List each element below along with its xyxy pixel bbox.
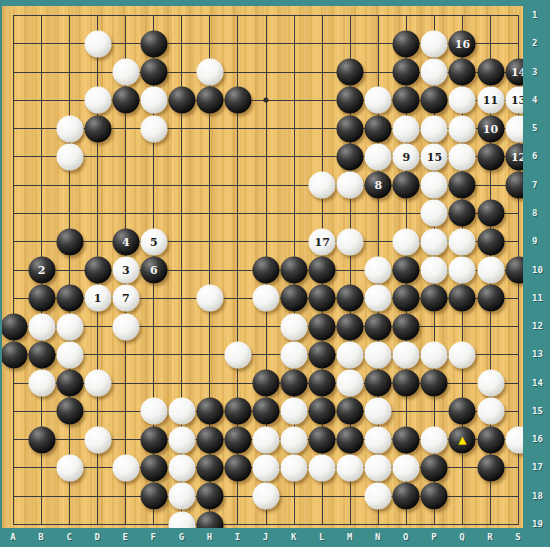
column-label-O: O	[403, 533, 408, 542]
move-number-label: 7	[122, 293, 130, 304]
black-stone-L11	[309, 285, 336, 312]
black-stone-I17	[224, 454, 251, 481]
white-stone-J16	[253, 426, 280, 453]
white-stone-G17	[168, 454, 195, 481]
white-stone-J18	[253, 483, 280, 510]
white-stone-S4: 13	[505, 87, 523, 114]
white-stone-O5	[393, 115, 420, 142]
black-stone-F3	[140, 59, 167, 86]
black-stone-M15	[337, 398, 364, 425]
black-stone-L15	[309, 398, 336, 425]
white-stone-O17	[393, 454, 420, 481]
white-stone-D4	[84, 87, 111, 114]
white-stone-J17	[253, 454, 280, 481]
column-label-F: F	[151, 533, 156, 542]
black-stone-J10	[253, 257, 280, 284]
black-stone-O10	[393, 257, 420, 284]
black-stone-R3	[477, 59, 504, 86]
white-stone-G16	[168, 426, 195, 453]
white-stone-N15	[365, 398, 392, 425]
white-stone-C12	[56, 313, 83, 340]
column-label-S: S	[515, 533, 520, 542]
row-label-6: 6	[532, 152, 537, 161]
white-stone-P13	[421, 341, 448, 368]
black-stone-M11	[337, 285, 364, 312]
black-stone-F18	[140, 483, 167, 510]
white-stone-K15	[281, 398, 308, 425]
row-label-14: 14	[532, 378, 543, 387]
move-number-label: 16	[455, 38, 470, 49]
white-stone-P9	[421, 228, 448, 255]
black-stone-M3	[337, 59, 364, 86]
black-stone-P4	[421, 87, 448, 114]
row-label-1: 1	[532, 11, 537, 20]
black-stone-F16	[140, 426, 167, 453]
white-stone-P16	[421, 426, 448, 453]
move-number-label: 15	[427, 151, 442, 162]
black-stone-C11	[56, 285, 83, 312]
white-stone-J11	[253, 285, 280, 312]
black-stone-S10	[505, 257, 523, 284]
go-app-window: 1614111310915128451723617▲ ABCDEFGHIJKLM…	[0, 0, 550, 547]
black-stone-I4	[224, 87, 251, 114]
white-stone-N6	[365, 143, 392, 170]
white-stone-H3	[196, 59, 223, 86]
white-stone-F5	[140, 115, 167, 142]
black-stone-R5: 10	[477, 115, 504, 142]
white-stone-F15	[140, 398, 167, 425]
white-stone-E10: 3	[112, 257, 139, 284]
white-stone-K17	[281, 454, 308, 481]
move-number-label: 17	[315, 236, 330, 247]
black-stone-Q3	[449, 59, 476, 86]
column-label-K: K	[291, 533, 296, 542]
white-stone-Q13	[449, 341, 476, 368]
move-number-label: 13	[511, 95, 523, 106]
white-stone-M7	[337, 172, 364, 199]
move-number-label: 3	[122, 265, 130, 276]
white-stone-N18	[365, 483, 392, 510]
white-stone-N16	[365, 426, 392, 453]
white-stone-D11: 1	[84, 285, 111, 312]
black-stone-L12	[309, 313, 336, 340]
black-stone-Q11	[449, 285, 476, 312]
black-stone-H4	[196, 87, 223, 114]
white-stone-O6: 9	[393, 143, 420, 170]
black-stone-S3: 14	[505, 59, 523, 86]
black-stone-K14	[281, 370, 308, 397]
column-label-C: C	[66, 533, 71, 542]
column-label-E: E	[123, 533, 128, 542]
black-stone-O7	[393, 172, 420, 199]
black-stone-O3	[393, 59, 420, 86]
white-stone-N4	[365, 87, 392, 114]
black-stone-K11	[281, 285, 308, 312]
black-stone-C15	[56, 398, 83, 425]
row-label-16: 16	[532, 435, 543, 444]
row-label-12: 12	[532, 322, 543, 331]
white-stone-F9: 5	[140, 228, 167, 255]
white-stone-M17	[337, 454, 364, 481]
column-label-G: G	[179, 533, 184, 542]
black-stone-L13	[309, 341, 336, 368]
black-stone-M4	[337, 87, 364, 114]
white-stone-E17	[112, 454, 139, 481]
black-stone-J15	[253, 398, 280, 425]
white-stone-B14	[28, 370, 55, 397]
move-number-label: 6	[150, 265, 158, 276]
white-stone-K13	[281, 341, 308, 368]
row-label-4: 4	[532, 95, 537, 104]
black-stone-R8	[477, 200, 504, 227]
black-stone-Q7	[449, 172, 476, 199]
move-number-label: 5	[150, 236, 158, 247]
black-stone-F17	[140, 454, 167, 481]
white-stone-S16	[505, 426, 523, 453]
white-stone-Q4	[449, 87, 476, 114]
black-stone-M12	[337, 313, 364, 340]
black-stone-C9	[56, 228, 83, 255]
black-stone-N12	[365, 313, 392, 340]
black-stone-L10	[309, 257, 336, 284]
column-label-Q: Q	[459, 533, 464, 542]
white-stone-N10	[365, 257, 392, 284]
black-stone-P18	[421, 483, 448, 510]
white-stone-D2	[84, 30, 111, 57]
black-stone-M16	[337, 426, 364, 453]
column-label-J: J	[263, 533, 268, 542]
white-stone-Q6	[449, 143, 476, 170]
move-number-label: 9	[403, 151, 411, 162]
star-point	[264, 98, 269, 103]
white-stone-I13	[224, 341, 251, 368]
black-stone-B10: 2	[28, 257, 55, 284]
black-stone-R6	[477, 143, 504, 170]
white-stone-N13	[365, 341, 392, 368]
move-number-label: 14	[511, 67, 523, 78]
white-stone-B12	[28, 313, 55, 340]
black-stone-K10	[281, 257, 308, 284]
row-label-9: 9	[532, 237, 537, 246]
row-label-11: 11	[532, 293, 543, 302]
white-stone-P10	[421, 257, 448, 284]
black-stone-E9: 4	[112, 228, 139, 255]
white-stone-G15	[168, 398, 195, 425]
black-stone-C14	[56, 370, 83, 397]
column-label-I: I	[235, 533, 240, 542]
black-stone-Q15	[449, 398, 476, 425]
white-stone-M14	[337, 370, 364, 397]
white-stone-D14	[84, 370, 111, 397]
column-label-P: P	[431, 533, 436, 542]
white-stone-P3	[421, 59, 448, 86]
black-stone-F2	[140, 30, 167, 57]
move-number-label: 1	[94, 293, 102, 304]
column-label-L: L	[319, 533, 324, 542]
row-label-7: 7	[532, 180, 537, 189]
white-stone-R4: 11	[477, 87, 504, 114]
white-stone-L17	[309, 454, 336, 481]
white-stone-O9	[393, 228, 420, 255]
row-label-10: 10	[532, 265, 543, 274]
black-stone-I16	[224, 426, 251, 453]
black-stone-O14	[393, 370, 420, 397]
grid-line-horizontal	[13, 524, 519, 525]
black-stone-O4	[393, 87, 420, 114]
white-stone-H11	[196, 285, 223, 312]
black-stone-O12	[393, 313, 420, 340]
black-stone-D5	[84, 115, 111, 142]
black-stone-D10	[84, 257, 111, 284]
white-stone-P8	[421, 200, 448, 227]
white-stone-L7	[309, 172, 336, 199]
black-stone-J14	[253, 370, 280, 397]
black-stone-A12	[2, 313, 27, 340]
row-label-18: 18	[532, 491, 543, 500]
row-label-3: 3	[532, 67, 537, 76]
move-number-label: 12	[511, 151, 523, 162]
black-stone-P11	[421, 285, 448, 312]
white-stone-G18	[168, 483, 195, 510]
black-stone-E4	[112, 87, 139, 114]
white-stone-P2	[421, 30, 448, 57]
white-stone-M9	[337, 228, 364, 255]
column-label-M: M	[347, 533, 352, 542]
black-stone-B13	[28, 341, 55, 368]
row-label-2: 2	[532, 39, 537, 48]
go-board[interactable]: 1614111310915128451723617▲	[2, 6, 523, 528]
black-stone-R16	[477, 426, 504, 453]
white-stone-E3	[112, 59, 139, 86]
white-stone-Q5	[449, 115, 476, 142]
last-move-triangle-marker: ▲	[459, 433, 467, 446]
white-stone-F4	[140, 87, 167, 114]
grid-line-horizontal	[13, 15, 519, 16]
column-labels: ABCDEFGHIJKLMNOPQRS	[0, 528, 550, 547]
black-stone-O2	[393, 30, 420, 57]
white-stone-O13	[393, 341, 420, 368]
black-stone-Q8	[449, 200, 476, 227]
black-stone-N14	[365, 370, 392, 397]
white-stone-Q10	[449, 257, 476, 284]
white-stone-N11	[365, 285, 392, 312]
row-label-17: 17	[532, 463, 543, 472]
white-stone-M13	[337, 341, 364, 368]
white-stone-S5	[505, 115, 523, 142]
black-stone-H17	[196, 454, 223, 481]
move-number-label: 4	[122, 236, 130, 247]
white-stone-C13	[56, 341, 83, 368]
move-number-label: 10	[483, 123, 498, 134]
move-number-label: 8	[374, 180, 382, 191]
black-stone-H19	[196, 511, 223, 528]
black-stone-M5	[337, 115, 364, 142]
black-stone-O11	[393, 285, 420, 312]
black-stone-B16	[28, 426, 55, 453]
black-stone-P17	[421, 454, 448, 481]
black-stone-N7: 8	[365, 172, 392, 199]
white-stone-R14	[477, 370, 504, 397]
white-stone-P6: 15	[421, 143, 448, 170]
black-stone-O16	[393, 426, 420, 453]
black-stone-G4	[168, 87, 195, 114]
black-stone-I15	[224, 398, 251, 425]
black-stone-A13	[2, 341, 27, 368]
black-stone-L16	[309, 426, 336, 453]
white-stone-K12	[281, 313, 308, 340]
black-stone-R17	[477, 454, 504, 481]
white-stone-R15	[477, 398, 504, 425]
row-label-8: 8	[532, 208, 537, 217]
black-stone-B11	[28, 285, 55, 312]
black-stone-H18	[196, 483, 223, 510]
white-stone-C17	[56, 454, 83, 481]
black-stone-H15	[196, 398, 223, 425]
row-label-15: 15	[532, 406, 543, 415]
white-stone-P5	[421, 115, 448, 142]
move-number-label: 11	[483, 95, 498, 106]
column-label-N: N	[375, 533, 380, 542]
black-stone-H16	[196, 426, 223, 453]
row-labels: 12345678910111213141516171819	[523, 0, 550, 547]
white-stone-D16	[84, 426, 111, 453]
black-stone-R9	[477, 228, 504, 255]
grid-line-horizontal	[13, 326, 519, 327]
white-stone-Q9	[449, 228, 476, 255]
white-stone-E12	[112, 313, 139, 340]
white-stone-P7	[421, 172, 448, 199]
column-label-H: H	[207, 533, 212, 542]
column-label-A: A	[10, 533, 15, 542]
black-stone-S6: 12	[505, 143, 523, 170]
black-stone-L14	[309, 370, 336, 397]
row-label-13: 13	[532, 350, 543, 359]
white-stone-C6	[56, 143, 83, 170]
white-stone-R10	[477, 257, 504, 284]
black-stone-N5	[365, 115, 392, 142]
white-stone-L9: 17	[309, 228, 336, 255]
black-stone-O18	[393, 483, 420, 510]
row-label-5: 5	[532, 124, 537, 133]
black-stone-R11	[477, 285, 504, 312]
black-stone-S7	[505, 172, 523, 199]
black-stone-P14	[421, 370, 448, 397]
row-label-19: 19	[532, 520, 543, 529]
column-label-D: D	[94, 533, 99, 542]
white-stone-E11: 7	[112, 285, 139, 312]
black-stone-M6	[337, 143, 364, 170]
column-label-B: B	[38, 533, 43, 542]
white-stone-N17	[365, 454, 392, 481]
black-stone-F10: 6	[140, 257, 167, 284]
white-stone-G19	[168, 511, 195, 528]
black-stone-Q2: 16	[449, 30, 476, 57]
white-stone-C5	[56, 115, 83, 142]
move-number-label: 2	[38, 265, 46, 276]
white-stone-K16	[281, 426, 308, 453]
column-label-R: R	[487, 533, 492, 542]
